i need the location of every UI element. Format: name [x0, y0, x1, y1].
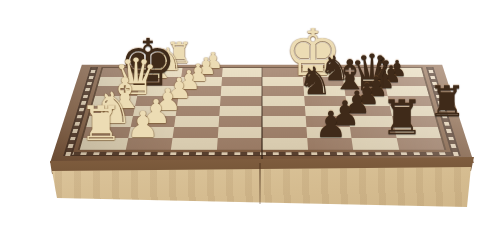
board-square	[396, 138, 444, 150]
board-square	[218, 116, 262, 127]
board-square	[92, 96, 137, 106]
board-square	[95, 86, 139, 96]
board-square	[304, 106, 348, 116]
board-square	[262, 96, 304, 106]
board-square	[219, 106, 262, 116]
board-square	[344, 86, 387, 96]
fold-seam-front-face	[259, 163, 261, 204]
board-square	[351, 138, 398, 150]
board-square	[98, 77, 141, 86]
board-square	[306, 127, 352, 138]
board-square	[305, 116, 350, 127]
board-square	[383, 77, 426, 86]
board-square	[220, 86, 262, 96]
board-square	[89, 106, 134, 116]
board-square	[181, 68, 222, 77]
board-square	[80, 138, 128, 150]
board-square	[177, 96, 220, 106]
board-square	[385, 86, 429, 96]
board-square	[389, 106, 434, 116]
board-square	[128, 127, 174, 138]
board-square	[262, 116, 306, 127]
board-square	[307, 138, 353, 150]
board-square	[220, 96, 262, 106]
board-square	[341, 68, 383, 77]
chess-set-photo: ♜♟♞♟♝♟♛♟♚♟♝♟♞♟♜♟♜♟♟♜♟♞♟♛♝♟♚♞♟♝♟♟	[0, 0, 500, 243]
board-square	[262, 86, 304, 96]
board-square	[217, 127, 262, 138]
board-square	[262, 138, 308, 150]
board-square	[171, 138, 217, 150]
board-square	[304, 96, 347, 106]
board-square	[141, 68, 183, 77]
board-square	[345, 96, 389, 106]
board-square	[392, 116, 438, 127]
board-square	[302, 77, 344, 86]
board-square	[348, 116, 393, 127]
board-square	[176, 106, 220, 116]
board-square	[381, 68, 423, 77]
board-square	[347, 106, 392, 116]
board-square	[130, 116, 175, 127]
board-square	[343, 77, 385, 86]
board-square	[262, 106, 305, 116]
board-square	[86, 116, 132, 127]
board-square	[262, 77, 303, 86]
board-square	[394, 127, 441, 138]
board-square	[135, 96, 179, 106]
board-square	[180, 77, 222, 86]
board-square	[139, 77, 181, 86]
board-square	[179, 86, 221, 96]
board-square	[83, 127, 130, 138]
chessboard	[50, 63, 474, 163]
board-square	[125, 138, 172, 150]
board-square	[303, 86, 345, 96]
board-square	[132, 106, 177, 116]
board-square	[173, 127, 219, 138]
board-square	[174, 116, 219, 127]
board-square	[101, 68, 143, 77]
fold-seam	[261, 67, 263, 163]
board-square	[262, 127, 307, 138]
board-square	[221, 77, 262, 86]
board-square	[302, 68, 343, 77]
board-square	[222, 68, 262, 77]
board-top-surface	[50, 65, 474, 163]
board-square	[350, 127, 396, 138]
board-square	[216, 138, 262, 150]
board-square	[262, 68, 302, 77]
board-square	[137, 86, 180, 96]
board-square	[387, 96, 432, 106]
